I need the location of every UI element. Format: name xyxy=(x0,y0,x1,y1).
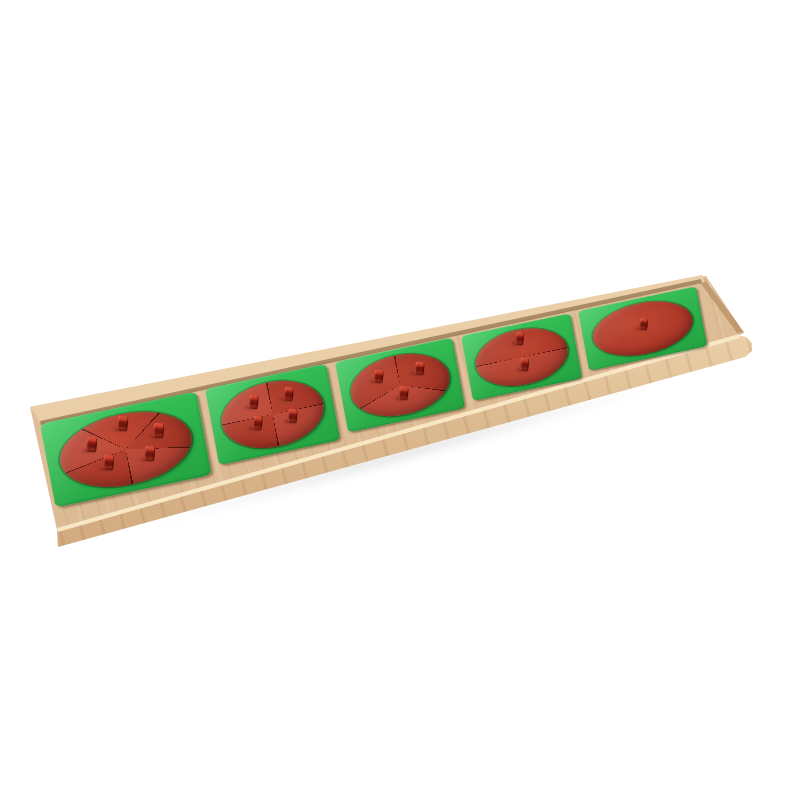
knob-peg-icon xyxy=(144,446,156,462)
knob-peg-icon xyxy=(253,416,263,431)
knob-peg-icon xyxy=(520,358,529,372)
knob-peg-icon xyxy=(415,362,425,376)
knob-peg-icon xyxy=(153,423,165,439)
knob-peg-icon xyxy=(399,387,409,401)
knob-peg-icon xyxy=(86,437,98,453)
knob-peg-icon xyxy=(284,387,294,402)
knob-peg-icon xyxy=(639,318,648,331)
knob-peg-icon xyxy=(103,455,115,471)
fraction-circle-thirds xyxy=(345,345,454,425)
knob-peg-icon xyxy=(288,409,298,424)
knob-peg-icon xyxy=(249,395,259,410)
product-photo-scene xyxy=(0,0,800,800)
fraction-circle-quarters xyxy=(216,372,330,457)
knob-peg-icon xyxy=(515,332,524,346)
knob-peg-icon xyxy=(374,370,384,384)
knob-peg-icon xyxy=(117,416,129,432)
